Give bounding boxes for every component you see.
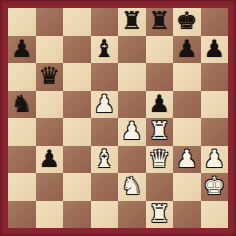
square-f7[interactable] — [146, 36, 174, 64]
square-c5[interactable] — [63, 91, 91, 119]
piece-white-bishop[interactable]: ♝ — [93, 146, 115, 174]
square-h8[interactable] — [201, 8, 229, 36]
piece-black-pawn[interactable]: ♟ — [203, 36, 225, 64]
piece-white-king[interactable]: ♚ — [203, 173, 225, 201]
square-a7[interactable]: ♟ — [8, 36, 36, 64]
square-c4[interactable] — [63, 118, 91, 146]
square-h1[interactable] — [201, 201, 229, 229]
square-a6[interactable] — [8, 63, 36, 91]
square-b1[interactable] — [36, 201, 64, 229]
piece-black-pawn[interactable]: ♟ — [176, 36, 198, 64]
piece-black-pawn[interactable]: ♟ — [11, 36, 33, 64]
square-d8[interactable] — [91, 8, 119, 36]
square-c8[interactable] — [63, 8, 91, 36]
square-b3[interactable]: ♟ — [36, 146, 64, 174]
square-a8[interactable] — [8, 8, 36, 36]
square-d1[interactable] — [91, 201, 119, 229]
square-e7[interactable] — [118, 36, 146, 64]
square-c3[interactable] — [63, 146, 91, 174]
square-c7[interactable] — [63, 36, 91, 64]
square-f2[interactable] — [146, 173, 174, 201]
square-a2[interactable] — [8, 173, 36, 201]
square-c6[interactable] — [63, 63, 91, 91]
square-h4[interactable] — [201, 118, 229, 146]
square-d7[interactable]: ♝ — [91, 36, 119, 64]
square-b8[interactable] — [36, 8, 64, 36]
piece-black-pawn[interactable]: ♟ — [38, 146, 60, 174]
square-h3[interactable]: ♟ — [201, 146, 229, 174]
piece-white-pawn[interactable]: ♟ — [93, 91, 115, 119]
square-a1[interactable] — [8, 201, 36, 229]
square-e3[interactable] — [118, 146, 146, 174]
square-h7[interactable]: ♟ — [201, 36, 229, 64]
piece-white-pawn[interactable]: ♟ — [121, 118, 143, 146]
piece-white-knight[interactable]: ♞ — [121, 173, 143, 201]
square-e4[interactable]: ♟ — [118, 118, 146, 146]
square-d3[interactable]: ♝ — [91, 146, 119, 174]
square-e5[interactable] — [118, 91, 146, 119]
square-g4[interactable] — [173, 118, 201, 146]
square-a4[interactable] — [8, 118, 36, 146]
square-g6[interactable] — [173, 63, 201, 91]
piece-black-rook[interactable]: ♜ — [121, 8, 143, 36]
square-f3[interactable]: ♛ — [146, 146, 174, 174]
piece-white-pawn[interactable]: ♟ — [203, 146, 225, 174]
square-f1[interactable]: ♜ — [146, 201, 174, 229]
square-g1[interactable] — [173, 201, 201, 229]
square-f6[interactable] — [146, 63, 174, 91]
piece-black-knight[interactable]: ♞ — [11, 91, 33, 119]
square-e2[interactable]: ♞ — [118, 173, 146, 201]
piece-white-rook[interactable]: ♜ — [148, 201, 170, 229]
square-g7[interactable]: ♟ — [173, 36, 201, 64]
square-f8[interactable]: ♜ — [146, 8, 174, 36]
square-a3[interactable] — [8, 146, 36, 174]
square-h6[interactable] — [201, 63, 229, 91]
square-a5[interactable]: ♞ — [8, 91, 36, 119]
square-e1[interactable] — [118, 201, 146, 229]
piece-black-king[interactable]: ♚ — [176, 8, 198, 36]
square-c2[interactable] — [63, 173, 91, 201]
piece-black-queen[interactable]: ♛ — [38, 63, 60, 91]
square-h2[interactable]: ♚ — [201, 173, 229, 201]
square-b7[interactable] — [36, 36, 64, 64]
piece-white-queen[interactable]: ♛ — [148, 146, 170, 174]
square-b4[interactable] — [36, 118, 64, 146]
piece-white-pawn[interactable]: ♟ — [176, 146, 198, 174]
square-e6[interactable] — [118, 63, 146, 91]
piece-white-rook[interactable]: ♜ — [148, 118, 170, 146]
square-c1[interactable] — [63, 201, 91, 229]
chess-board: ♜♜♚♟♝♟♟♛♞♟♟♟♜♟♝♛♟♟♞♚♜ — [8, 8, 228, 228]
square-e8[interactable]: ♜ — [118, 8, 146, 36]
square-b2[interactable] — [36, 173, 64, 201]
square-g2[interactable] — [173, 173, 201, 201]
square-d5[interactable]: ♟ — [91, 91, 119, 119]
square-f5[interactable]: ♟ — [146, 91, 174, 119]
square-g5[interactable] — [173, 91, 201, 119]
board-frame: ♜♜♚♟♝♟♟♛♞♟♟♟♜♟♝♛♟♟♞♚♜ — [0, 0, 236, 236]
square-g3[interactable]: ♟ — [173, 146, 201, 174]
square-h5[interactable] — [201, 91, 229, 119]
piece-black-pawn[interactable]: ♟ — [148, 91, 170, 119]
piece-black-rook[interactable]: ♜ — [148, 8, 170, 36]
square-f4[interactable]: ♜ — [146, 118, 174, 146]
square-b5[interactable] — [36, 91, 64, 119]
square-g8[interactable]: ♚ — [173, 8, 201, 36]
square-d6[interactable] — [91, 63, 119, 91]
piece-black-bishop[interactable]: ♝ — [93, 36, 115, 64]
square-d4[interactable] — [91, 118, 119, 146]
square-b6[interactable]: ♛ — [36, 63, 64, 91]
square-d2[interactable] — [91, 173, 119, 201]
